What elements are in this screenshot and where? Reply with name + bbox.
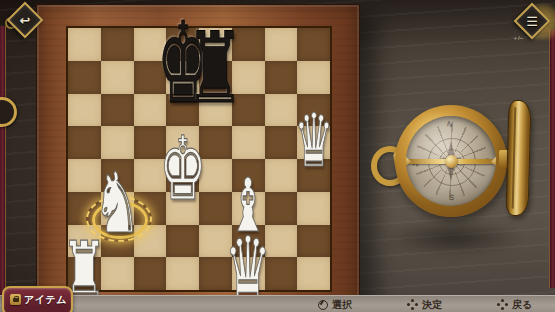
control-hint-bar: 選択 決定 戻る: [0, 295, 555, 312]
game-screen: ♚♜♛♚♞♝♛♜ N E S W ↩: [0, 0, 555, 312]
square-h1[interactable]: [297, 257, 330, 290]
menu-hint-label: ＋/−: [512, 34, 523, 43]
white-queen[interactable]: ♛: [294, 104, 334, 178]
hint-select-label: 選択: [332, 298, 352, 312]
hint-confirm: 決定: [407, 298, 442, 312]
hint-select: 選択: [318, 298, 352, 312]
items-button-label: アイテム: [24, 293, 67, 307]
black-rook[interactable]: ♜: [186, 19, 244, 117]
square-a6[interactable]: [68, 94, 101, 127]
right-edge-trim: [549, 30, 555, 288]
square-b8[interactable]: [101, 28, 134, 61]
square-g8[interactable]: [265, 28, 298, 61]
compass-lid: [505, 100, 531, 217]
items-button[interactable]: アイテム: [2, 286, 73, 312]
square-a7[interactable]: [68, 61, 101, 94]
face-buttons-icon: [497, 299, 508, 310]
compass-body: N E S W: [395, 105, 507, 217]
compass: N E S W: [368, 80, 555, 270]
square-h2[interactable]: [297, 225, 330, 258]
square-b7[interactable]: [101, 61, 134, 94]
square-g7[interactable]: [265, 61, 298, 94]
hint-confirm-label: 決定: [422, 298, 442, 312]
return-arrow-icon: ↩: [7, 2, 43, 38]
bag-icon: [10, 294, 21, 305]
left-edge-trim: [0, 26, 6, 312]
square-d1[interactable]: [166, 257, 199, 290]
edge-medallion-icon: [0, 97, 17, 127]
square-b6[interactable]: [101, 94, 134, 127]
square-a5[interactable]: [68, 126, 101, 159]
hint-back-label: 戻る: [512, 298, 532, 312]
compass-face: N E S W: [406, 116, 496, 206]
square-g5[interactable]: [265, 126, 298, 159]
square-g4[interactable]: [265, 159, 298, 192]
hint-back: 戻る: [497, 298, 532, 312]
analog-stick-icon: [318, 300, 328, 310]
square-g6[interactable]: [265, 94, 298, 127]
square-b5[interactable]: [101, 126, 134, 159]
square-h7[interactable]: [297, 61, 330, 94]
square-h3[interactable]: [297, 192, 330, 225]
square-d2[interactable]: [166, 225, 199, 258]
square-c1[interactable]: [134, 257, 167, 290]
square-h8[interactable]: [297, 28, 330, 61]
white-king[interactable]: ♚: [159, 125, 206, 213]
square-f5[interactable]: [232, 126, 265, 159]
compass-shadow: [384, 220, 524, 256]
square-a8[interactable]: [68, 28, 101, 61]
face-buttons-icon: [407, 299, 418, 310]
return-button[interactable]: ↩: [7, 2, 43, 38]
